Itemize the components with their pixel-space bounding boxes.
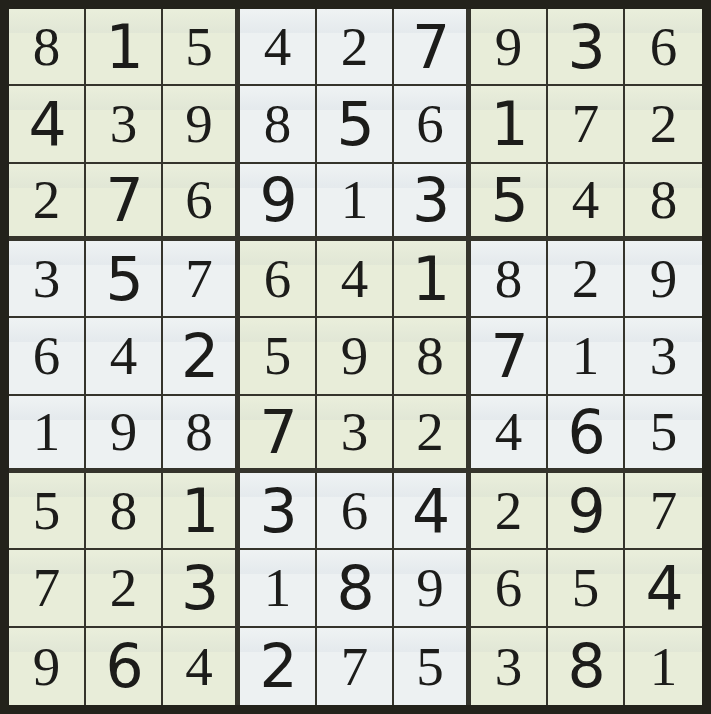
cell-digit: 2 bbox=[495, 483, 523, 538]
cell-digit: 8 bbox=[264, 96, 292, 151]
sudoku-cell-r8c3[interactable]: 3 bbox=[163, 550, 240, 627]
cell-digit: 3 bbox=[33, 251, 61, 306]
sudoku-cell-r5c1[interactable]: 6 bbox=[9, 318, 86, 395]
sudoku-cell-r7c3[interactable]: 1 bbox=[163, 473, 240, 550]
sudoku-cell-r8c8[interactable]: 5 bbox=[548, 550, 625, 627]
sudoku-cell-r7c2[interactable]: 8 bbox=[86, 473, 163, 550]
sudoku-cell-r4c1[interactable]: 3 bbox=[9, 241, 86, 318]
cell-digit: 7 bbox=[341, 639, 369, 694]
sudoku-cell-r8c1[interactable]: 7 bbox=[9, 550, 86, 627]
sudoku-board: 8154279364398561722769135483576418296425… bbox=[0, 0, 711, 714]
sudoku-cell-r1c5[interactable]: 2 bbox=[317, 9, 394, 86]
cell-digit: 6 bbox=[416, 96, 444, 151]
cell-digit: 9 bbox=[495, 19, 523, 74]
sudoku-cell-r9c5[interactable]: 7 bbox=[317, 628, 394, 705]
sudoku-cell-r4c3[interactable]: 7 bbox=[163, 241, 240, 318]
cell-digit: 8 bbox=[495, 251, 523, 306]
sudoku-cell-r9c6[interactable]: 5 bbox=[394, 628, 471, 705]
cell-digit: 4 bbox=[495, 404, 523, 459]
cell-digit: 6 bbox=[264, 251, 292, 306]
sudoku-cell-r1c9[interactable]: 6 bbox=[625, 9, 702, 86]
sudoku-cell-r2c5[interactable]: 5 bbox=[317, 86, 394, 163]
cell-digit: 8 bbox=[110, 483, 138, 538]
sudoku-cell-r5c3[interactable]: 2 bbox=[163, 318, 240, 395]
cell-digit: 4 bbox=[572, 172, 600, 227]
sudoku-cell-r3c2[interactable]: 7 bbox=[86, 164, 163, 241]
cell-digit: 9 bbox=[416, 560, 444, 615]
cell-digit: 1 bbox=[181, 481, 217, 541]
cell-digit: 6 bbox=[650, 19, 678, 74]
sudoku-cell-r5c9[interactable]: 3 bbox=[625, 318, 702, 395]
sudoku-cell-r4c4[interactable]: 6 bbox=[240, 241, 317, 318]
sudoku-cell-r3c5[interactable]: 1 bbox=[317, 164, 394, 241]
sudoku-cell-r5c8[interactable]: 1 bbox=[548, 318, 625, 395]
cell-digit: 2 bbox=[572, 251, 600, 306]
sudoku-cell-r4c8[interactable]: 2 bbox=[548, 241, 625, 318]
cell-digit: 3 bbox=[650, 328, 678, 383]
cell-digit: 8 bbox=[33, 19, 61, 74]
sudoku-cell-r3c9[interactable]: 8 bbox=[625, 164, 702, 241]
sudoku-cell-r6c2[interactable]: 9 bbox=[86, 396, 163, 473]
cell-digit: 6 bbox=[341, 483, 369, 538]
cell-digit: 5 bbox=[490, 170, 526, 230]
sudoku-cell-r1c8[interactable]: 3 bbox=[548, 9, 625, 86]
sudoku-cell-r3c1[interactable]: 2 bbox=[9, 164, 86, 241]
cell-digit: 5 bbox=[416, 639, 444, 694]
sudoku-cell-r5c2[interactable]: 4 bbox=[86, 318, 163, 395]
cell-digit: 3 bbox=[110, 96, 138, 151]
cell-digit: 4 bbox=[412, 481, 448, 541]
cell-digit: 7 bbox=[185, 251, 213, 306]
cell-digit: 7 bbox=[33, 560, 61, 615]
cell-digit: 2 bbox=[341, 19, 369, 74]
cell-digit: 3 bbox=[341, 404, 369, 459]
sudoku-cell-r7c7[interactable]: 2 bbox=[471, 473, 548, 550]
cell-digit: 3 bbox=[181, 558, 217, 618]
sudoku-cell-r9c3[interactable]: 4 bbox=[163, 628, 240, 705]
cell-digit: 4 bbox=[28, 94, 64, 154]
sudoku-cell-r7c5[interactable]: 6 bbox=[317, 473, 394, 550]
cell-digit: 6 bbox=[567, 402, 603, 462]
cell-digit: 7 bbox=[650, 483, 678, 538]
sudoku-cell-r9c1[interactable]: 9 bbox=[9, 628, 86, 705]
sudoku-cell-r8c4[interactable]: 1 bbox=[240, 550, 317, 627]
sudoku-cell-r9c7[interactable]: 3 bbox=[471, 628, 548, 705]
cell-digit: 1 bbox=[105, 17, 141, 77]
cell-digit: 2 bbox=[33, 172, 61, 227]
cell-digit: 9 bbox=[259, 170, 295, 230]
sudoku-cell-r2c9[interactable]: 2 bbox=[625, 86, 702, 163]
sudoku-cell-r6c8[interactable]: 6 bbox=[548, 396, 625, 473]
cell-digit: 4 bbox=[645, 558, 681, 618]
cell-digit: 1 bbox=[412, 249, 448, 309]
cell-digit: 1 bbox=[264, 560, 292, 615]
cell-digit: 9 bbox=[567, 481, 603, 541]
sudoku-cell-r8c7[interactable]: 6 bbox=[471, 550, 548, 627]
sudoku-cell-r7c9[interactable]: 7 bbox=[625, 473, 702, 550]
sudoku-page: 8154279364398561722769135483576418296425… bbox=[0, 0, 711, 714]
sudoku-cell-r7c1[interactable]: 5 bbox=[9, 473, 86, 550]
sudoku-cell-r3c6[interactable]: 3 bbox=[394, 164, 471, 241]
cell-digit: 4 bbox=[264, 19, 292, 74]
cell-digit: 6 bbox=[33, 328, 61, 383]
sudoku-cell-r9c9[interactable]: 1 bbox=[625, 628, 702, 705]
sudoku-cell-r2c6[interactable]: 6 bbox=[394, 86, 471, 163]
sudoku-cell-r2c4[interactable]: 8 bbox=[240, 86, 317, 163]
sudoku-cell-r1c4[interactable]: 4 bbox=[240, 9, 317, 86]
cell-digit: 5 bbox=[264, 328, 292, 383]
sudoku-cell-r5c4[interactable]: 5 bbox=[240, 318, 317, 395]
sudoku-cell-r5c5[interactable]: 9 bbox=[317, 318, 394, 395]
sudoku-cell-r1c7[interactable]: 9 bbox=[471, 9, 548, 86]
sudoku-cell-r3c7[interactable]: 5 bbox=[471, 164, 548, 241]
cell-digit: 2 bbox=[416, 404, 444, 459]
sudoku-cell-r2c2[interactable]: 3 bbox=[86, 86, 163, 163]
cell-digit: 8 bbox=[336, 558, 372, 618]
sudoku-cell-r5c6[interactable]: 8 bbox=[394, 318, 471, 395]
cell-digit: 7 bbox=[412, 17, 448, 77]
sudoku-cell-r3c8[interactable]: 4 bbox=[548, 164, 625, 241]
cell-digit: 2 bbox=[650, 96, 678, 151]
cell-digit: 7 bbox=[105, 170, 141, 230]
sudoku-cell-r7c6[interactable]: 4 bbox=[394, 473, 471, 550]
sudoku-cell-r4c7[interactable]: 8 bbox=[471, 241, 548, 318]
cell-digit: 5 bbox=[105, 249, 141, 309]
sudoku-cell-r7c4[interactable]: 3 bbox=[240, 473, 317, 550]
sudoku-cell-r6c4[interactable]: 7 bbox=[240, 396, 317, 473]
sudoku-cell-r1c2[interactable]: 1 bbox=[86, 9, 163, 86]
sudoku-cell-r9c4[interactable]: 2 bbox=[240, 628, 317, 705]
sudoku-cell-r3c4[interactable]: 9 bbox=[240, 164, 317, 241]
sudoku-cell-r8c6[interactable]: 9 bbox=[394, 550, 471, 627]
cell-digit: 5 bbox=[572, 560, 600, 615]
cell-digit: 3 bbox=[495, 639, 523, 694]
cell-digit: 5 bbox=[650, 404, 678, 459]
cell-digit: 6 bbox=[185, 172, 213, 227]
cell-digit: 3 bbox=[412, 170, 448, 230]
cell-digit: 7 bbox=[572, 96, 600, 151]
cell-digit: 5 bbox=[33, 483, 61, 538]
cell-digit: 1 bbox=[650, 639, 678, 694]
cell-digit: 2 bbox=[110, 560, 138, 615]
sudoku-cell-r1c6[interactable]: 7 bbox=[394, 9, 471, 86]
sudoku-cell-r6c7[interactable]: 4 bbox=[471, 396, 548, 473]
sudoku-cell-r2c1[interactable]: 4 bbox=[9, 86, 86, 163]
sudoku-cell-r4c6[interactable]: 1 bbox=[394, 241, 471, 318]
cell-digit: 1 bbox=[341, 172, 369, 227]
sudoku-cell-r9c2[interactable]: 6 bbox=[86, 628, 163, 705]
sudoku-cell-r8c2[interactable]: 2 bbox=[86, 550, 163, 627]
cell-digit: 1 bbox=[490, 94, 526, 154]
cell-digit: 8 bbox=[416, 328, 444, 383]
sudoku-cell-r5c7[interactable]: 7 bbox=[471, 318, 548, 395]
sudoku-cell-r7c8[interactable]: 9 bbox=[548, 473, 625, 550]
cell-digit: 5 bbox=[185, 19, 213, 74]
cell-digit: 1 bbox=[572, 328, 600, 383]
sudoku-cell-r9c8[interactable]: 8 bbox=[548, 628, 625, 705]
sudoku-cell-r4c2[interactable]: 5 bbox=[86, 241, 163, 318]
cell-digit: 2 bbox=[181, 326, 217, 386]
cell-digit: 4 bbox=[185, 639, 213, 694]
cell-digit: 8 bbox=[185, 404, 213, 459]
sudoku-cell-r3c3[interactable]: 6 bbox=[163, 164, 240, 241]
sudoku-cell-r1c1[interactable]: 8 bbox=[9, 9, 86, 86]
sudoku-cell-r2c3[interactable]: 9 bbox=[163, 86, 240, 163]
sudoku-cell-r6c1[interactable]: 1 bbox=[9, 396, 86, 473]
cell-digit: 9 bbox=[185, 96, 213, 151]
sudoku-cell-r2c7[interactable]: 1 bbox=[471, 86, 548, 163]
cell-digit: 9 bbox=[650, 251, 678, 306]
cell-digit: 3 bbox=[567, 17, 603, 77]
cell-digit: 9 bbox=[110, 404, 138, 459]
sudoku-cell-r4c5[interactable]: 4 bbox=[317, 241, 394, 318]
sudoku-cell-r2c8[interactable]: 7 bbox=[548, 86, 625, 163]
cell-digit: 5 bbox=[336, 94, 372, 154]
cell-digit: 3 bbox=[259, 481, 295, 541]
cell-digit: 9 bbox=[341, 328, 369, 383]
cell-digit: 2 bbox=[259, 636, 295, 696]
cell-digit: 1 bbox=[33, 404, 61, 459]
cell-digit: 9 bbox=[33, 639, 61, 694]
sudoku-cell-r6c6[interactable]: 2 bbox=[394, 396, 471, 473]
cell-digit: 7 bbox=[259, 402, 295, 462]
sudoku-cell-r8c5[interactable]: 8 bbox=[317, 550, 394, 627]
sudoku-cell-r8c9[interactable]: 4 bbox=[625, 550, 702, 627]
sudoku-cell-r1c3[interactable]: 5 bbox=[163, 9, 240, 86]
sudoku-cell-r6c9[interactable]: 5 bbox=[625, 396, 702, 473]
sudoku-cell-r6c3[interactable]: 8 bbox=[163, 396, 240, 473]
cell-digit: 6 bbox=[105, 636, 141, 696]
cell-digit: 4 bbox=[341, 251, 369, 306]
cell-digit: 4 bbox=[110, 328, 138, 383]
cell-digit: 8 bbox=[567, 636, 603, 696]
sudoku-cell-r4c9[interactable]: 9 bbox=[625, 241, 702, 318]
cell-digit: 7 bbox=[490, 326, 526, 386]
cell-digit: 8 bbox=[650, 172, 678, 227]
cell-digit: 6 bbox=[495, 560, 523, 615]
sudoku-cell-r6c5[interactable]: 3 bbox=[317, 396, 394, 473]
